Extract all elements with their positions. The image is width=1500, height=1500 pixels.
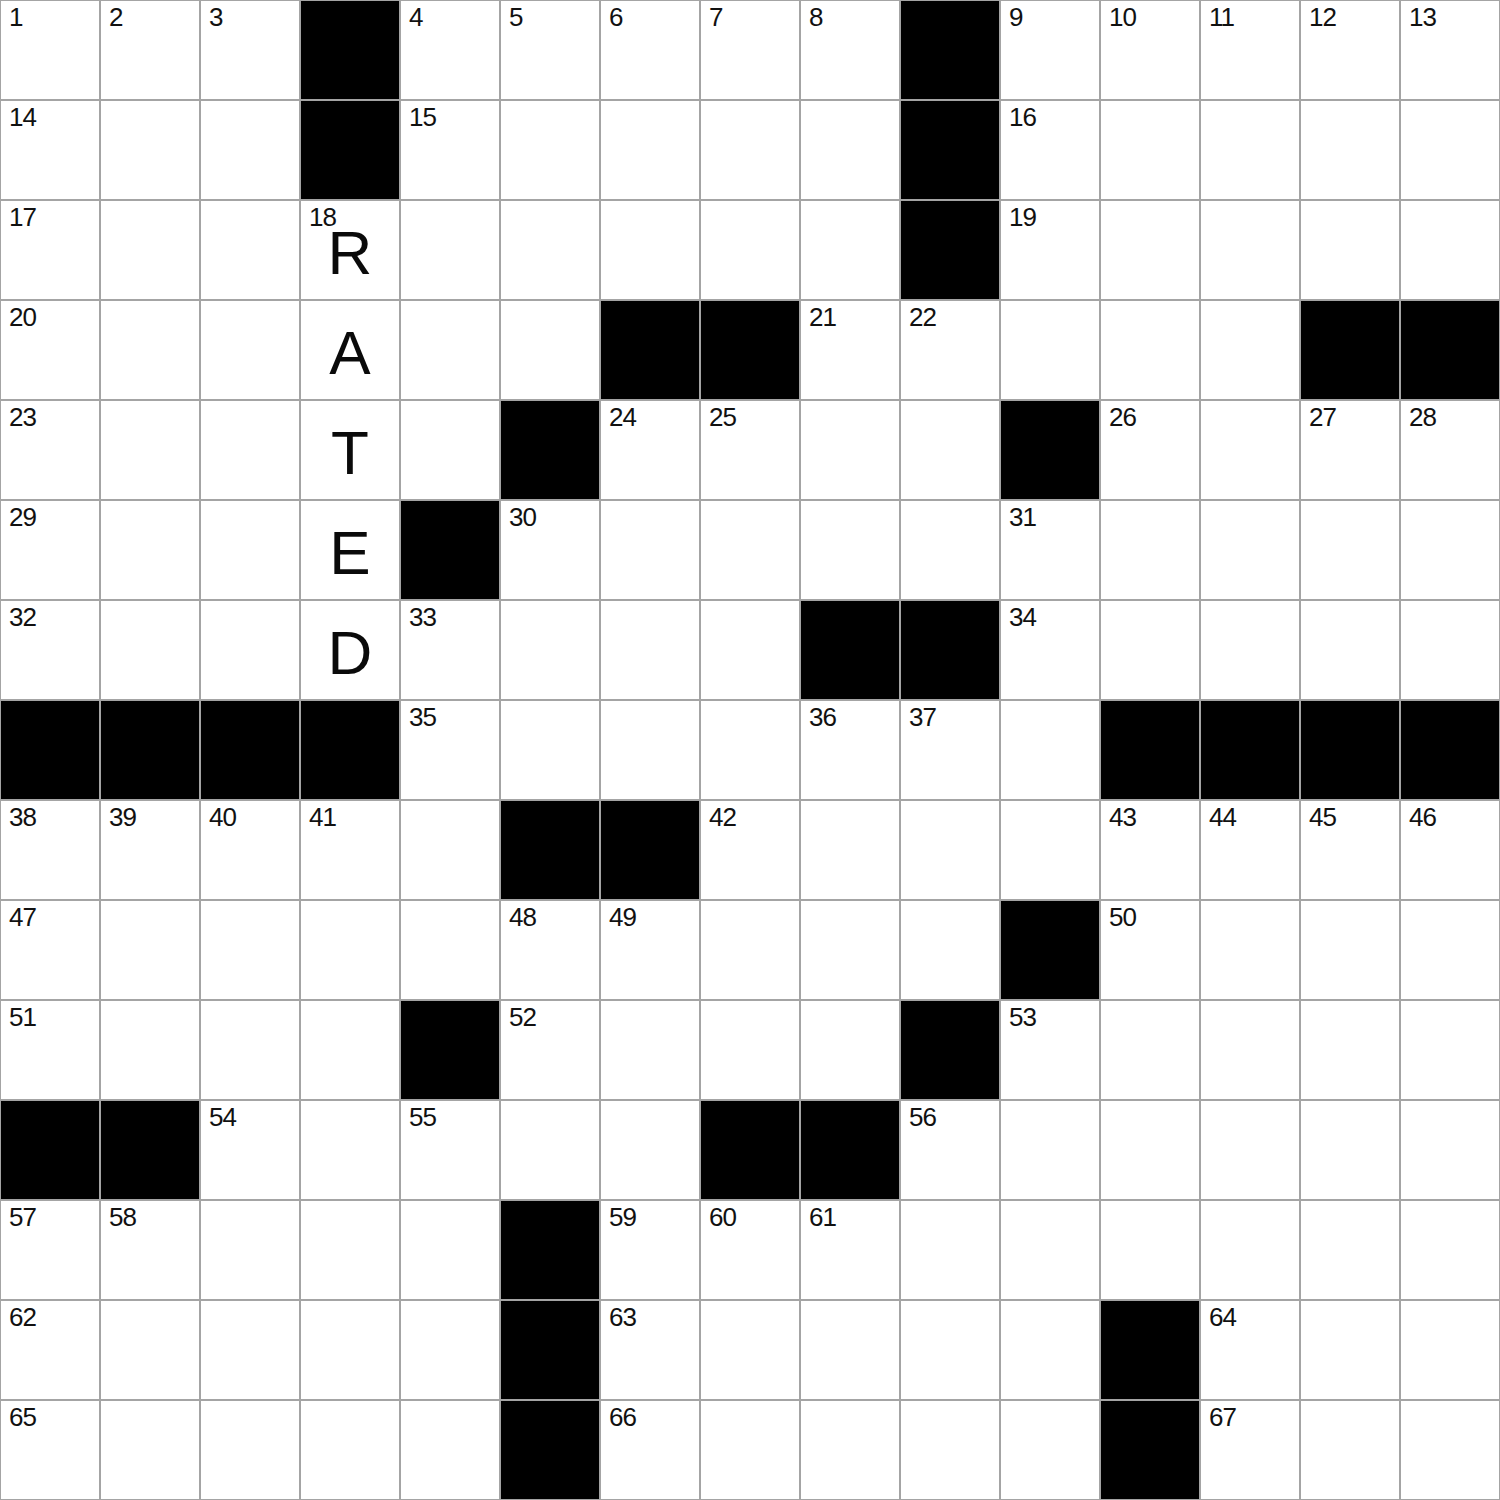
black-cell	[1300, 300, 1400, 400]
clue-number: 29	[9, 504, 36, 530]
cell[interactable]	[1000, 1200, 1100, 1300]
cell[interactable]: 40	[200, 800, 300, 900]
cell[interactable]: 52	[500, 1000, 600, 1100]
clue-number: 20	[9, 304, 36, 330]
black-cell	[100, 700, 200, 800]
cell[interactable]	[1400, 1200, 1500, 1300]
cell[interactable]: 9	[1000, 0, 1100, 100]
cell[interactable]: 17	[0, 200, 100, 300]
cell[interactable]: 22	[900, 300, 1000, 400]
cell[interactable]	[600, 1000, 700, 1100]
cell[interactable]	[500, 100, 600, 200]
clue-number: 38	[9, 804, 36, 830]
clue-number: 1	[9, 4, 22, 30]
cell[interactable]: 67	[1200, 1400, 1300, 1500]
cell[interactable]	[600, 500, 700, 600]
cell[interactable]: 11	[1200, 0, 1300, 100]
cell[interactable]	[1400, 200, 1500, 300]
black-cell	[600, 300, 700, 400]
clue-number: 40	[209, 804, 236, 830]
cell[interactable]	[900, 900, 1000, 1000]
cell[interactable]	[100, 100, 200, 200]
clue-number: 36	[809, 704, 836, 730]
cell[interactable]	[400, 900, 500, 1000]
cell[interactable]: 10	[1100, 0, 1200, 100]
cell[interactable]: 65	[0, 1400, 100, 1500]
black-cell	[300, 700, 400, 800]
cell[interactable]	[1400, 100, 1500, 200]
cell[interactable]: 14	[0, 100, 100, 200]
cell[interactable]	[300, 1300, 400, 1400]
clue-number: 15	[409, 104, 436, 130]
cell[interactable]	[900, 1200, 1000, 1300]
cell[interactable]	[200, 400, 300, 500]
cell[interactable]	[600, 200, 700, 300]
black-cell	[500, 800, 600, 900]
cell[interactable]	[800, 1300, 900, 1400]
cell[interactable]	[800, 900, 900, 1000]
cell[interactable]: 20	[0, 300, 100, 400]
cell[interactable]: 29	[0, 500, 100, 600]
cell[interactable]	[900, 800, 1000, 900]
clue-number: 4	[409, 4, 422, 30]
cell[interactable]: 25	[700, 400, 800, 500]
clue-number: 55	[409, 1104, 436, 1130]
cell[interactable]: 24	[600, 400, 700, 500]
cell[interactable]	[200, 900, 300, 1000]
cell[interactable]: 37	[900, 700, 1000, 800]
cell[interactable]	[600, 100, 700, 200]
clue-number: 35	[409, 704, 436, 730]
clue-number: 45	[1309, 804, 1336, 830]
black-cell	[300, 100, 400, 200]
black-cell	[500, 1300, 600, 1400]
cell[interactable]	[300, 1200, 400, 1300]
cell-letter: D	[301, 601, 399, 699]
clue-number: 47	[9, 904, 36, 930]
cell[interactable]: 19	[1000, 200, 1100, 300]
cell[interactable]: 26	[1100, 400, 1200, 500]
black-cell	[500, 400, 600, 500]
cell[interactable]: 64	[1200, 1300, 1300, 1400]
clue-number: 13	[1409, 4, 1436, 30]
cell[interactable]	[800, 800, 900, 900]
clue-number: 32	[9, 604, 36, 630]
clue-number: 14	[9, 104, 36, 130]
clue-number: 22	[909, 304, 936, 330]
clue-number: 12	[1309, 4, 1336, 30]
clue-number: 8	[809, 4, 822, 30]
cell[interactable]	[700, 1000, 800, 1100]
cell[interactable]	[400, 400, 500, 500]
cell[interactable]	[500, 300, 600, 400]
clue-number: 19	[1009, 204, 1036, 230]
clue-number: 39	[109, 804, 136, 830]
cell[interactable]: 3	[200, 0, 300, 100]
cell[interactable]	[100, 200, 200, 300]
cell[interactable]	[900, 500, 1000, 600]
cell[interactable]	[1100, 500, 1200, 600]
cell[interactable]: 60	[700, 1200, 800, 1300]
clue-number: 2	[109, 4, 122, 30]
clue-number: 53	[1009, 1004, 1036, 1030]
cell[interactable]: 15	[400, 100, 500, 200]
cell[interactable]	[300, 900, 400, 1000]
black-cell	[1000, 400, 1100, 500]
cell[interactable]	[1200, 900, 1300, 1000]
cell[interactable]	[800, 1400, 900, 1500]
black-cell	[900, 1000, 1000, 1100]
cell[interactable]	[1400, 500, 1500, 600]
cell[interactable]	[1400, 1300, 1500, 1400]
clue-number: 67	[1209, 1404, 1236, 1430]
cell[interactable]	[1400, 1000, 1500, 1100]
cell[interactable]	[200, 1400, 300, 1500]
clue-number: 46	[1409, 804, 1436, 830]
cell[interactable]: 12	[1300, 0, 1400, 100]
cell[interactable]: 23	[0, 400, 100, 500]
cell[interactable]: E	[300, 500, 400, 600]
cell[interactable]	[800, 200, 900, 300]
cell[interactable]: 16	[1000, 100, 1100, 200]
cell[interactable]	[1400, 1100, 1500, 1200]
clue-number: 37	[909, 704, 936, 730]
cell[interactable]	[1300, 600, 1400, 700]
black-cell	[400, 1000, 500, 1100]
clue-number: 21	[809, 304, 836, 330]
cell[interactable]: 39	[100, 800, 200, 900]
cell[interactable]	[1100, 1000, 1200, 1100]
cell[interactable]	[1200, 300, 1300, 400]
cell[interactable]: 59	[600, 1200, 700, 1300]
clue-number: 48	[509, 904, 536, 930]
clue-number: 64	[1209, 1304, 1236, 1330]
clue-number: 41	[309, 804, 336, 830]
cell[interactable]	[1300, 100, 1400, 200]
clue-number: 57	[9, 1204, 36, 1230]
cell[interactable]	[600, 700, 700, 800]
black-cell	[700, 300, 800, 400]
cell[interactable]: 48	[500, 900, 600, 1000]
cell[interactable]: 44	[1200, 800, 1300, 900]
cell[interactable]	[1300, 1200, 1400, 1300]
cell[interactable]	[200, 1200, 300, 1300]
cell[interactable]: 41	[300, 800, 400, 900]
cell[interactable]: 27	[1300, 400, 1400, 500]
cell[interactable]	[700, 700, 800, 800]
cell[interactable]	[200, 1300, 300, 1400]
clue-number: 59	[609, 1204, 636, 1230]
cell[interactable]	[500, 700, 600, 800]
cell[interactable]	[1000, 1400, 1100, 1500]
cell[interactable]	[1000, 1300, 1100, 1400]
clue-number: 44	[1209, 804, 1236, 830]
cell[interactable]: 32	[0, 600, 100, 700]
cell[interactable]	[900, 400, 1000, 500]
black-cell	[600, 800, 700, 900]
cell[interactable]	[800, 400, 900, 500]
cell[interactable]	[1200, 200, 1300, 300]
cell[interactable]	[1100, 600, 1200, 700]
cell[interactable]	[700, 1300, 800, 1400]
cell[interactable]	[300, 1000, 400, 1100]
black-cell	[200, 700, 300, 800]
black-cell	[1100, 1400, 1200, 1500]
black-cell	[1000, 900, 1100, 1000]
cell[interactable]	[1200, 1200, 1300, 1300]
cell[interactable]	[400, 1300, 500, 1400]
black-cell	[1400, 700, 1500, 800]
cell[interactable]	[900, 1400, 1000, 1500]
cell[interactable]	[1300, 1000, 1400, 1100]
clue-number: 9	[1009, 4, 1022, 30]
clue-number: 3	[209, 4, 222, 30]
cell[interactable]: 6	[600, 0, 700, 100]
black-cell	[100, 1100, 200, 1200]
cell[interactable]	[700, 600, 800, 700]
cell[interactable]: 38	[0, 800, 100, 900]
cell[interactable]	[1300, 1100, 1400, 1200]
cell[interactable]: 36	[800, 700, 900, 800]
cell[interactable]: 61	[800, 1200, 900, 1300]
black-cell	[400, 500, 500, 600]
clue-number: 28	[1409, 404, 1436, 430]
black-cell	[800, 600, 900, 700]
cell[interactable]	[1400, 900, 1500, 1000]
cell-letter: A	[301, 301, 399, 399]
cell[interactable]	[1300, 1300, 1400, 1400]
cell[interactable]	[1300, 500, 1400, 600]
cell[interactable]: 49	[600, 900, 700, 1000]
black-cell	[300, 0, 400, 100]
cell[interactable]: 18R	[300, 200, 400, 300]
cell[interactable]: 54	[200, 1100, 300, 1200]
clue-number: 7	[709, 4, 722, 30]
cell[interactable]	[100, 400, 200, 500]
cell[interactable]	[1000, 1100, 1100, 1200]
cell[interactable]: 45	[1300, 800, 1400, 900]
cell[interactable]	[200, 300, 300, 400]
cell[interactable]	[1100, 1100, 1200, 1200]
black-cell	[500, 1400, 600, 1500]
clue-number: 34	[1009, 604, 1036, 630]
cell[interactable]	[700, 900, 800, 1000]
cell[interactable]: 4	[400, 0, 500, 100]
black-cell	[1100, 700, 1200, 800]
cell[interactable]: 50	[1100, 900, 1200, 1000]
cell[interactable]	[800, 1000, 900, 1100]
cell[interactable]	[1000, 300, 1100, 400]
cell[interactable]	[1200, 600, 1300, 700]
black-cell	[700, 1100, 800, 1200]
cell[interactable]	[100, 1000, 200, 1100]
cell[interactable]: 35	[400, 700, 500, 800]
cell[interactable]	[1000, 800, 1100, 900]
clue-number: 43	[1109, 804, 1136, 830]
cell[interactable]	[900, 1300, 1000, 1400]
clue-number: 66	[609, 1404, 636, 1430]
clue-number: 42	[709, 804, 736, 830]
clue-number: 5	[509, 4, 522, 30]
black-cell	[0, 700, 100, 800]
cell[interactable]	[1100, 100, 1200, 200]
cell[interactable]: 57	[0, 1200, 100, 1300]
clue-number: 54	[209, 1104, 236, 1130]
cell[interactable]: 5	[500, 0, 600, 100]
cell[interactable]	[400, 300, 500, 400]
cell[interactable]	[200, 1000, 300, 1100]
cell[interactable]: 46	[1400, 800, 1500, 900]
cell[interactable]	[1100, 1200, 1200, 1300]
cell[interactable]	[1200, 1100, 1300, 1200]
clue-number: 63	[609, 1304, 636, 1330]
clue-number: 33	[409, 604, 436, 630]
cell[interactable]	[700, 1400, 800, 1500]
cell[interactable]: 43	[1100, 800, 1200, 900]
black-cell	[1100, 1300, 1200, 1400]
cell[interactable]	[700, 100, 800, 200]
cell[interactable]	[1300, 200, 1400, 300]
cell[interactable]	[600, 600, 700, 700]
black-cell	[1200, 700, 1300, 800]
cell[interactable]: 42	[700, 800, 800, 900]
black-cell	[900, 0, 1000, 100]
cell-letter: R	[301, 201, 399, 299]
clue-number: 26	[1109, 404, 1136, 430]
black-cell	[900, 200, 1000, 300]
clue-number: 49	[609, 904, 636, 930]
clue-number: 65	[9, 1404, 36, 1430]
black-cell	[500, 1200, 600, 1300]
cell[interactable]	[600, 1100, 700, 1200]
cell[interactable]	[1300, 900, 1400, 1000]
cell[interactable]: 34	[1000, 600, 1100, 700]
clue-number: 30	[509, 504, 536, 530]
cell[interactable]	[300, 1100, 400, 1200]
cell[interactable]: 8	[800, 0, 900, 100]
clue-number: 23	[9, 404, 36, 430]
cell[interactable]	[100, 600, 200, 700]
cell-letter: E	[301, 501, 399, 599]
cell[interactable]	[800, 100, 900, 200]
cell[interactable]	[1200, 100, 1300, 200]
cell[interactable]	[700, 500, 800, 600]
clue-number: 62	[9, 1304, 36, 1330]
cell[interactable]	[800, 500, 900, 600]
cell[interactable]	[100, 300, 200, 400]
cell[interactable]	[100, 1300, 200, 1400]
cell[interactable]	[200, 500, 300, 600]
cell[interactable]: 58	[100, 1200, 200, 1300]
cell[interactable]	[400, 200, 500, 300]
clue-number: 56	[909, 1104, 936, 1130]
cell[interactable]: 28	[1400, 400, 1500, 500]
cell[interactable]: D	[300, 600, 400, 700]
clue-number: 61	[809, 1204, 836, 1230]
cell[interactable]	[400, 1200, 500, 1300]
black-cell	[0, 1100, 100, 1200]
clue-number: 51	[9, 1004, 36, 1030]
clue-number: 6	[609, 4, 622, 30]
cell[interactable]: 13	[1400, 0, 1500, 100]
cell[interactable]: 31	[1000, 500, 1100, 600]
clue-number: 27	[1309, 404, 1336, 430]
black-cell	[900, 100, 1000, 200]
cell[interactable]	[400, 800, 500, 900]
cell[interactable]	[1400, 1400, 1500, 1500]
cell[interactable]: 47	[0, 900, 100, 1000]
clue-number: 52	[509, 1004, 536, 1030]
black-cell	[900, 600, 1000, 700]
cell[interactable]	[100, 900, 200, 1000]
cell[interactable]: 62	[0, 1300, 100, 1400]
clue-number: 16	[1009, 104, 1036, 130]
clue-number: 11	[1209, 4, 1234, 30]
cell[interactable]	[1200, 1000, 1300, 1100]
clue-number: 31	[1009, 504, 1036, 530]
cell[interactable]: 1	[0, 0, 100, 100]
cell[interactable]	[1400, 600, 1500, 700]
cell[interactable]: 51	[0, 1000, 100, 1100]
cell[interactable]: 56	[900, 1100, 1000, 1200]
cell[interactable]: 55	[400, 1100, 500, 1200]
cell[interactable]	[100, 1400, 200, 1500]
black-cell	[1400, 300, 1500, 400]
clue-number: 25	[709, 404, 736, 430]
cell[interactable]	[200, 600, 300, 700]
cell[interactable]	[1100, 200, 1200, 300]
clue-number: 17	[9, 204, 36, 230]
clue-number: 50	[1109, 904, 1136, 930]
cell[interactable]: 7	[700, 0, 800, 100]
clue-number: 60	[709, 1204, 736, 1230]
black-cell	[1300, 700, 1400, 800]
cell[interactable]	[500, 1100, 600, 1200]
cell[interactable]: 33	[400, 600, 500, 700]
cell[interactable]	[500, 200, 600, 300]
cell[interactable]	[700, 200, 800, 300]
crossword-grid: 123456789101112131415161718R1920A212223T…	[0, 0, 1500, 1500]
cell[interactable]	[1300, 1400, 1400, 1500]
cell[interactable]	[1200, 400, 1300, 500]
cell[interactable]	[300, 1400, 400, 1500]
cell[interactable]	[200, 200, 300, 300]
cell[interactable]: 30	[500, 500, 600, 600]
cell[interactable]	[500, 600, 600, 700]
cell[interactable]	[1200, 500, 1300, 600]
cell[interactable]: 21	[800, 300, 900, 400]
clue-number: 10	[1109, 4, 1136, 30]
cell[interactable]: 2	[100, 0, 200, 100]
cell[interactable]: T	[300, 400, 400, 500]
black-cell	[800, 1100, 900, 1200]
clue-number: 24	[609, 404, 636, 430]
clue-number: 58	[109, 1204, 136, 1230]
cell[interactable]: 63	[600, 1300, 700, 1400]
cell[interactable]	[1100, 300, 1200, 400]
cell[interactable]	[100, 500, 200, 600]
cell[interactable]: 66	[600, 1400, 700, 1500]
cell[interactable]	[200, 100, 300, 200]
cell[interactable]	[400, 1400, 500, 1500]
cell-letter: T	[301, 401, 399, 499]
cell[interactable]: A	[300, 300, 400, 400]
cell[interactable]	[1000, 700, 1100, 800]
cell[interactable]: 53	[1000, 1000, 1100, 1100]
